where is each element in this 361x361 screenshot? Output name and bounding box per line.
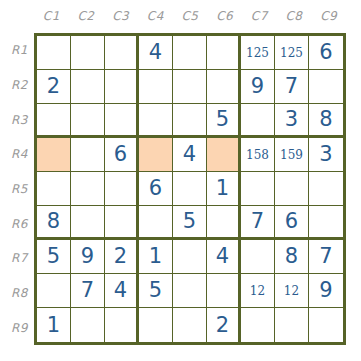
cell-digit: 4 bbox=[183, 144, 196, 165]
cell-r9c7[interactable] bbox=[241, 308, 275, 342]
cell-r5c3[interactable] bbox=[105, 172, 139, 206]
cell-r9c4[interactable] bbox=[139, 308, 173, 342]
column-label-4: C4 bbox=[138, 4, 173, 28]
cell-r4c3[interactable]: 6 bbox=[105, 138, 139, 172]
cell-digit: 4 bbox=[114, 280, 127, 301]
cell-r8c2[interactable]: 7 bbox=[71, 274, 105, 308]
column-label-1: C1 bbox=[34, 4, 69, 28]
cell-r2c3[interactable] bbox=[105, 70, 139, 104]
cell-r5c1[interactable] bbox=[37, 172, 71, 206]
column-label-6: C6 bbox=[207, 4, 242, 28]
cell-digit: 6 bbox=[149, 178, 162, 199]
cell-r4c2[interactable] bbox=[71, 138, 105, 172]
cell-digit: 4 bbox=[149, 42, 162, 63]
cell-r7c3[interactable]: 2 bbox=[105, 240, 139, 274]
cell-r4c4[interactable] bbox=[139, 138, 173, 172]
cell-digit: 1 bbox=[47, 315, 60, 336]
cell-r9c2[interactable] bbox=[71, 308, 105, 342]
cell-r1c2[interactable] bbox=[71, 36, 105, 70]
sudoku-board: 4125125629753864158159361857659214877451… bbox=[34, 33, 346, 345]
cell-r5c5[interactable] bbox=[173, 172, 207, 206]
cell-r8c1[interactable] bbox=[37, 274, 71, 308]
column-label-3: C3 bbox=[103, 4, 138, 28]
cell-r2c2[interactable] bbox=[71, 70, 105, 104]
row-label-8: R8 bbox=[0, 276, 31, 311]
cell-digit: 1 bbox=[216, 178, 229, 199]
column-label-2: C2 bbox=[69, 4, 104, 28]
cell-digit: 9 bbox=[81, 246, 94, 267]
cell-r1c1[interactable] bbox=[37, 36, 71, 70]
row-label-2: R2 bbox=[0, 68, 31, 103]
cell-r9c1[interactable]: 1 bbox=[37, 308, 71, 342]
cell-r1c4[interactable]: 4 bbox=[139, 36, 173, 70]
cell-r6c1[interactable]: 8 bbox=[37, 206, 71, 240]
cell-r8c4[interactable]: 5 bbox=[139, 274, 173, 308]
cell-r5c2[interactable] bbox=[71, 172, 105, 206]
cell-r3c8[interactable]: 3 bbox=[275, 104, 309, 138]
cell-digit: 3 bbox=[285, 109, 298, 130]
cell-r4c7[interactable]: 158 bbox=[241, 138, 275, 172]
cell-r6c2[interactable] bbox=[71, 206, 105, 240]
cell-r2c7[interactable]: 9 bbox=[241, 70, 275, 104]
cell-r1c6[interactable] bbox=[207, 36, 241, 70]
cell-digit: 7 bbox=[251, 211, 264, 232]
cell-digit: 6 bbox=[114, 144, 127, 165]
cell-r6c6[interactable] bbox=[207, 206, 241, 240]
cell-r4c9[interactable]: 3 bbox=[309, 138, 343, 172]
cell-digit: 7 bbox=[319, 246, 332, 267]
cell-r4c5[interactable]: 4 bbox=[173, 138, 207, 172]
cell-r7c4[interactable]: 1 bbox=[139, 240, 173, 274]
cell-r8c8[interactable]: 12 bbox=[275, 274, 309, 308]
cell-r3c6[interactable]: 5 bbox=[207, 104, 241, 138]
row-labels: R1R2R3R4R5R6R7R8R9 bbox=[0, 33, 31, 345]
cell-r6c5[interactable]: 5 bbox=[173, 206, 207, 240]
cell-candidates: 125 bbox=[280, 47, 303, 59]
cell-r3c2[interactable] bbox=[71, 104, 105, 138]
cell-r4c1[interactable] bbox=[37, 138, 71, 172]
cell-r9c8[interactable] bbox=[275, 308, 309, 342]
cell-r2c5[interactable] bbox=[173, 70, 207, 104]
cell-digit: 2 bbox=[216, 315, 229, 336]
cell-r6c3[interactable] bbox=[105, 206, 139, 240]
cell-candidates: 12 bbox=[250, 285, 265, 297]
cell-r1c7[interactable]: 125 bbox=[241, 36, 275, 70]
cell-digit: 5 bbox=[149, 280, 162, 301]
cell-r3c3[interactable] bbox=[105, 104, 139, 138]
cell-candidates: 12 bbox=[284, 285, 299, 297]
cell-r8c5[interactable] bbox=[173, 274, 207, 308]
cell-digit: 4 bbox=[216, 246, 229, 267]
cell-r9c9[interactable] bbox=[309, 308, 343, 342]
cell-r3c4[interactable] bbox=[139, 104, 173, 138]
cell-digit: 3 bbox=[319, 144, 332, 165]
cell-digit: 5 bbox=[183, 211, 196, 232]
cell-r2c4[interactable] bbox=[139, 70, 173, 104]
column-label-8: C8 bbox=[277, 4, 312, 28]
cell-r4c6[interactable] bbox=[207, 138, 241, 172]
cell-r7c2[interactable]: 9 bbox=[71, 240, 105, 274]
cell-r5c9[interactable] bbox=[309, 172, 343, 206]
cell-r3c5[interactable] bbox=[173, 104, 207, 138]
cell-r1c3[interactable] bbox=[105, 36, 139, 70]
cell-r7c5[interactable] bbox=[173, 240, 207, 274]
cell-r6c4[interactable] bbox=[139, 206, 173, 240]
cell-r1c5[interactable] bbox=[173, 36, 207, 70]
cell-r2c9[interactable] bbox=[309, 70, 343, 104]
cell-r6c7[interactable]: 7 bbox=[241, 206, 275, 240]
cell-r9c3[interactable] bbox=[105, 308, 139, 342]
cell-candidates: 125 bbox=[246, 47, 269, 59]
cell-digit: 6 bbox=[319, 42, 332, 63]
row-label-7: R7 bbox=[0, 241, 31, 276]
cell-digit: 8 bbox=[285, 246, 298, 267]
cell-r7c8[interactable]: 8 bbox=[275, 240, 309, 274]
cell-digit: 7 bbox=[285, 76, 298, 97]
cell-r6c8[interactable]: 6 bbox=[275, 206, 309, 240]
row-label-1: R1 bbox=[0, 33, 31, 68]
cell-r5c8[interactable] bbox=[275, 172, 309, 206]
row-label-4: R4 bbox=[0, 137, 31, 172]
cell-candidates: 158 bbox=[246, 149, 269, 161]
cell-r5c4[interactable]: 6 bbox=[139, 172, 173, 206]
cell-digit: 2 bbox=[47, 76, 60, 97]
cell-digit: 7 bbox=[81, 280, 94, 301]
cell-digit: 5 bbox=[47, 246, 60, 267]
column-label-7: C7 bbox=[242, 4, 277, 28]
cell-r2c6[interactable] bbox=[207, 70, 241, 104]
cell-digit: 2 bbox=[114, 246, 127, 267]
cell-digit: 8 bbox=[319, 109, 332, 130]
cell-r3c1[interactable] bbox=[37, 104, 71, 138]
cell-digit: 9 bbox=[251, 76, 264, 97]
cell-r8c6[interactable] bbox=[207, 274, 241, 308]
cell-digit: 1 bbox=[149, 246, 162, 267]
cell-r7c7[interactable] bbox=[241, 240, 275, 274]
cell-r1c9[interactable]: 6 bbox=[309, 36, 343, 70]
sudoku-page: C1C2C3C4C5C6C7C8C9 R1R2R3R4R5R6R7R8R9 41… bbox=[0, 0, 361, 361]
cell-r3c7[interactable] bbox=[241, 104, 275, 138]
cell-r5c7[interactable] bbox=[241, 172, 275, 206]
cell-r2c1[interactable]: 2 bbox=[37, 70, 71, 104]
cell-r3c9[interactable]: 8 bbox=[309, 104, 343, 138]
column-labels: C1C2C3C4C5C6C7C8C9 bbox=[34, 4, 346, 28]
column-label-5: C5 bbox=[173, 4, 208, 28]
cell-digit: 8 bbox=[47, 211, 60, 232]
cell-digit: 6 bbox=[285, 211, 298, 232]
cell-r1c8[interactable]: 125 bbox=[275, 36, 309, 70]
row-label-9: R9 bbox=[0, 310, 31, 345]
cell-r8c7[interactable]: 12 bbox=[241, 274, 275, 308]
row-label-3: R3 bbox=[0, 102, 31, 137]
cell-r7c1[interactable]: 5 bbox=[37, 240, 71, 274]
cell-r9c6[interactable]: 2 bbox=[207, 308, 241, 342]
cell-r8c3[interactable]: 4 bbox=[105, 274, 139, 308]
cell-r2c8[interactable]: 7 bbox=[275, 70, 309, 104]
cell-r4c8[interactable]: 159 bbox=[275, 138, 309, 172]
row-label-5: R5 bbox=[0, 172, 31, 207]
cell-digit: 5 bbox=[216, 109, 229, 130]
cell-r6c9[interactable] bbox=[309, 206, 343, 240]
cell-r7c6[interactable]: 4 bbox=[207, 240, 241, 274]
cell-r8c9[interactable]: 9 bbox=[309, 274, 343, 308]
row-label-6: R6 bbox=[0, 206, 31, 241]
cell-candidates: 159 bbox=[280, 149, 303, 161]
cell-r9c5[interactable] bbox=[173, 308, 207, 342]
cell-r5c6[interactable]: 1 bbox=[207, 172, 241, 206]
cell-r7c9[interactable]: 7 bbox=[309, 240, 343, 274]
column-label-9: C9 bbox=[311, 4, 346, 28]
cell-digit: 9 bbox=[319, 280, 332, 301]
